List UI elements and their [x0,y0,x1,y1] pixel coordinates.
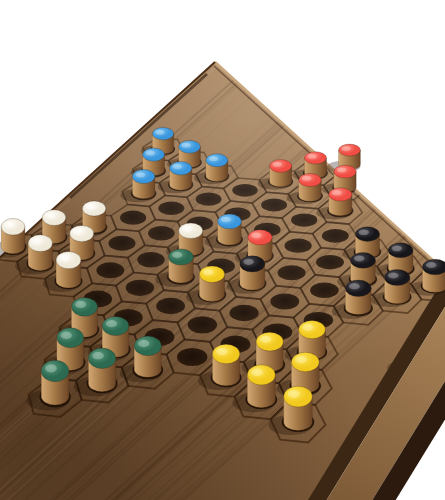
chinese-checkers-board-photo [0,0,445,500]
peg-gloss-highlight [388,273,399,279]
peg-gloss-highlight [251,233,261,239]
peg-gloss-highlight [260,336,271,343]
peg-gloss-highlight [45,364,57,372]
peg-gloss-highlight [349,283,360,289]
peg-gloss-highlight [173,164,182,169]
peg-gloss-highlight [60,255,70,262]
peg-gloss-highlight [182,143,191,148]
peg-gloss-highlight [203,269,214,275]
peg-gloss-highlight [73,228,83,234]
peg-gloss-highlight [209,156,218,161]
peg-gloss-highlight [216,348,228,355]
peg-gloss-highlight [354,255,364,261]
peg-gloss-highlight [302,324,313,331]
peg-gloss-highlight [138,340,149,347]
peg-gloss-highlight [251,369,263,377]
peg-gloss-highlight [136,172,145,177]
peg-gloss-highlight [106,320,117,327]
peg-gloss-highlight [337,168,346,173]
peg-gloss-highlight [75,301,86,308]
peg-gloss-highlight [302,176,312,181]
scene [0,0,445,500]
peg-gloss-highlight [46,213,56,219]
peg-gloss-highlight [31,238,41,244]
peg-gloss-highlight [426,262,437,268]
peg-gloss-highlight [155,130,164,135]
peg-gloss-highlight [92,352,104,360]
peg-gloss-highlight [182,226,192,232]
peg-gloss-highlight [288,390,300,398]
peg-gloss-highlight [308,154,317,159]
peg-gloss-highlight [4,222,14,228]
peg-gloss-highlight [86,204,96,210]
peg-gloss-highlight [172,252,182,258]
peg-gloss-highlight [146,150,155,155]
peg-gloss-highlight [332,190,342,195]
peg-gloss-highlight [61,332,72,340]
peg-gloss-highlight [273,162,282,167]
peg-gloss-highlight [359,229,369,235]
peg-gloss-highlight [243,259,253,265]
peg-gloss-highlight [342,146,351,151]
peg-gloss-highlight [221,217,231,223]
peg-gloss-highlight [392,246,402,252]
peg-white[interactable] [0,219,25,258]
peg-gloss-highlight [295,356,307,363]
